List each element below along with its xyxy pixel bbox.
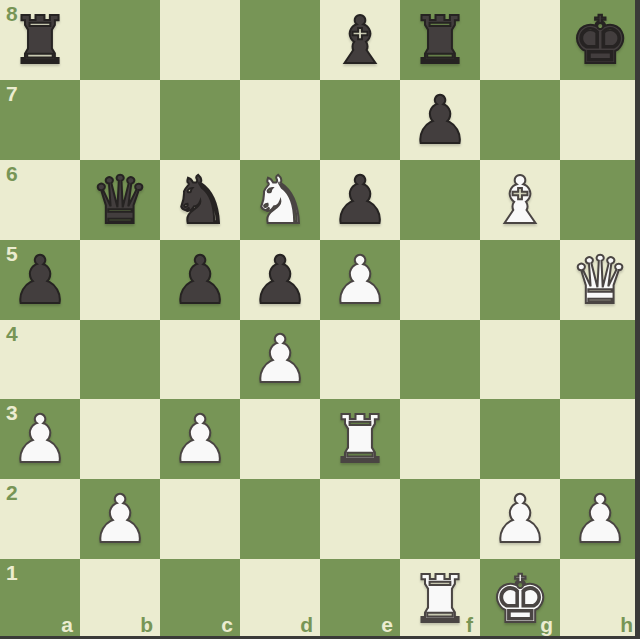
square-d8[interactable] [240, 0, 320, 80]
square-h1[interactable]: h [560, 559, 640, 639]
square-c5[interactable]: ♟ [160, 240, 240, 320]
square-a1[interactable]: 1a [0, 559, 80, 639]
square-f8[interactable]: ♜ [400, 0, 480, 80]
rank-label-1: 1 [6, 562, 18, 583]
square-g1[interactable]: g♚ [480, 559, 560, 639]
rank-label-7: 7 [6, 83, 18, 104]
square-f1[interactable]: f♜ [400, 559, 480, 639]
piece-white-king-g1[interactable]: ♚ [490, 567, 549, 633]
square-h5[interactable]: ♛ [560, 240, 640, 320]
piece-black-rook-a8[interactable]: ♜ [10, 8, 69, 74]
square-c3[interactable]: ♟ [160, 399, 240, 479]
square-e8[interactable]: ♝ [320, 0, 400, 80]
square-d7[interactable] [240, 80, 320, 160]
board-right-edge [635, 0, 640, 639]
piece-white-pawn-d4[interactable]: ♟ [250, 327, 309, 393]
square-g4[interactable] [480, 320, 560, 400]
piece-black-pawn-a5[interactable]: ♟ [10, 248, 69, 314]
square-f2[interactable] [400, 479, 480, 559]
square-d5[interactable]: ♟ [240, 240, 320, 320]
file-label-h: h [620, 614, 633, 635]
piece-black-pawn-d5[interactable]: ♟ [250, 248, 309, 314]
square-a8[interactable]: 8♜ [0, 0, 80, 80]
piece-white-rook-e3[interactable]: ♜ [330, 407, 389, 473]
square-a5[interactable]: 5♟ [0, 240, 80, 320]
square-f5[interactable] [400, 240, 480, 320]
square-e2[interactable] [320, 479, 400, 559]
piece-black-bishop-e8[interactable]: ♝ [330, 8, 389, 74]
rank-label-6: 6 [6, 163, 18, 184]
square-f6[interactable] [400, 160, 480, 240]
square-g8[interactable] [480, 0, 560, 80]
square-e7[interactable] [320, 80, 400, 160]
piece-white-pawn-c3[interactable]: ♟ [170, 407, 229, 473]
square-h3[interactable] [560, 399, 640, 479]
piece-black-pawn-f7[interactable]: ♟ [410, 88, 469, 154]
square-c8[interactable] [160, 0, 240, 80]
piece-white-pawn-g2[interactable]: ♟ [490, 487, 549, 553]
file-label-a: a [61, 614, 73, 635]
rank-label-2: 2 [6, 482, 18, 503]
square-b4[interactable] [80, 320, 160, 400]
square-b6[interactable]: ♛ [80, 160, 160, 240]
square-h4[interactable] [560, 320, 640, 400]
square-a6[interactable]: 6 [0, 160, 80, 240]
square-g6[interactable]: ♝ [480, 160, 560, 240]
square-e6[interactable]: ♟ [320, 160, 400, 240]
square-e4[interactable] [320, 320, 400, 400]
file-label-e: e [381, 614, 393, 635]
piece-black-pawn-e6[interactable]: ♟ [330, 168, 389, 234]
square-a2[interactable]: 2 [0, 479, 80, 559]
square-d4[interactable]: ♟ [240, 320, 320, 400]
square-e5[interactable]: ♟ [320, 240, 400, 320]
square-g3[interactable] [480, 399, 560, 479]
square-c2[interactable] [160, 479, 240, 559]
rank-label-4: 4 [6, 323, 18, 344]
file-label-b: b [140, 614, 153, 635]
square-e1[interactable]: e [320, 559, 400, 639]
square-b2[interactable]: ♟ [80, 479, 160, 559]
piece-black-rook-f8[interactable]: ♜ [410, 8, 469, 74]
square-c4[interactable] [160, 320, 240, 400]
piece-black-queen-b6[interactable]: ♛ [90, 168, 149, 234]
piece-black-king-h8[interactable]: ♚ [570, 8, 629, 74]
square-d3[interactable] [240, 399, 320, 479]
piece-white-rook-f1[interactable]: ♜ [410, 567, 469, 633]
square-b8[interactable] [80, 0, 160, 80]
piece-white-knight-d6[interactable]: ♞ [250, 168, 309, 234]
square-h8[interactable]: ♚ [560, 0, 640, 80]
square-a3[interactable]: 3♟ [0, 399, 80, 479]
file-label-d: d [300, 614, 313, 635]
square-b3[interactable] [80, 399, 160, 479]
square-g2[interactable]: ♟ [480, 479, 560, 559]
chess-app-window: 8♜♝♜♚7♟6♛♞♞♟♝5♟♟♟♟♛4♟3♟♟♜2♟♟♟1abcdef♜g♚h [0, 0, 640, 639]
piece-black-knight-c6[interactable]: ♞ [170, 168, 229, 234]
square-c1[interactable]: c [160, 559, 240, 639]
square-f7[interactable]: ♟ [400, 80, 480, 160]
square-b1[interactable]: b [80, 559, 160, 639]
square-d1[interactable]: d [240, 559, 320, 639]
square-g5[interactable] [480, 240, 560, 320]
square-a7[interactable]: 7 [0, 80, 80, 160]
chess-board: 8♜♝♜♚7♟6♛♞♞♟♝5♟♟♟♟♛4♟3♟♟♜2♟♟♟1abcdef♜g♚h [0, 0, 640, 639]
square-h7[interactable] [560, 80, 640, 160]
square-g7[interactable] [480, 80, 560, 160]
piece-white-pawn-h2[interactable]: ♟ [570, 487, 629, 553]
square-h2[interactable]: ♟ [560, 479, 640, 559]
piece-white-bishop-g6[interactable]: ♝ [490, 168, 549, 234]
square-e3[interactable]: ♜ [320, 399, 400, 479]
square-d6[interactable]: ♞ [240, 160, 320, 240]
square-a4[interactable]: 4 [0, 320, 80, 400]
piece-white-pawn-e5[interactable]: ♟ [330, 248, 389, 314]
piece-white-pawn-a3[interactable]: ♟ [10, 407, 69, 473]
square-c6[interactable]: ♞ [160, 160, 240, 240]
piece-black-pawn-c5[interactable]: ♟ [170, 248, 229, 314]
square-d2[interactable] [240, 479, 320, 559]
square-h6[interactable] [560, 160, 640, 240]
piece-white-pawn-b2[interactable]: ♟ [90, 487, 149, 553]
square-f3[interactable] [400, 399, 480, 479]
square-b7[interactable] [80, 80, 160, 160]
square-c7[interactable] [160, 80, 240, 160]
square-b5[interactable] [80, 240, 160, 320]
square-f4[interactable] [400, 320, 480, 400]
file-label-c: c [221, 614, 233, 635]
piece-white-queen-h5[interactable]: ♛ [570, 248, 629, 314]
